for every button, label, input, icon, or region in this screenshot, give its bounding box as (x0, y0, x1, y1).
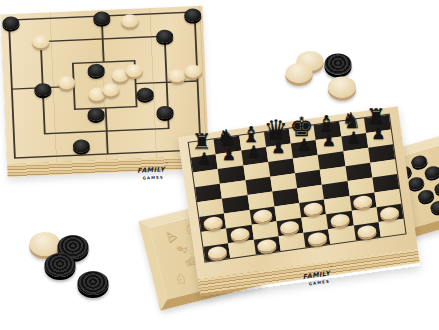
white-morris-piece (126, 63, 144, 77)
white-morris-piece-b6 (32, 35, 50, 49)
white-morris-piece-c4 (57, 75, 75, 89)
chess-pieces-layer: ♜♞♝♛♚♝♞♜♟♟♟♟♟♟♟♟ (189, 115, 406, 262)
black-checker-piece (407, 176, 426, 192)
product-photo-board-game-set: FAMILY™ GAMES ♙♘♙♗♖♙♕♙♘♗♙ ♜♞♝♛♚♝♞♜♟♟♟♟♟♟… (0, 0, 439, 330)
black-pawn-piece: ♟ (247, 144, 261, 160)
black-checker-piece (410, 154, 429, 170)
white-checker-piece (328, 77, 356, 98)
white-knight-piece: ♘ (175, 270, 189, 285)
white-bishop-piece: ♗ (172, 241, 189, 257)
wooden-checker-piece-h2 (380, 205, 400, 220)
black-morris-piece-b4 (34, 82, 52, 96)
white-morris-piece-f4 (168, 69, 186, 83)
trademark-symbol: ™ (329, 266, 333, 270)
wooden-checker-piece-e3 (302, 201, 322, 216)
black-morris-piece (156, 106, 174, 120)
black-pawn-piece: ♟ (272, 140, 286, 156)
black-checker-piece (429, 199, 439, 215)
wooden-checker-piece-c1 (257, 238, 277, 253)
black-pawn-piece: ♟ (197, 151, 211, 167)
black-morris-piece-d3 (87, 107, 105, 121)
black-pawn-piece: ♟ (322, 133, 336, 149)
black-checker-piece (78, 271, 109, 295)
black-pawn-piece: ♟ (297, 137, 311, 153)
trademark-symbol: ™ (165, 162, 169, 166)
white-morris-piece-g4 (184, 64, 202, 78)
black-morris-piece-d1 (72, 139, 90, 153)
black-morris-piece-f6 (156, 29, 174, 43)
brand-logo-morris: FAMILY™ GAMES (137, 158, 169, 180)
black-checker-piece (325, 54, 352, 75)
brand-name: FAMILY (137, 165, 165, 174)
black-pawn-piece: ♟ (372, 126, 386, 142)
wooden-checker-piece-d2 (280, 220, 300, 235)
chess-checkers-board: ♜♞♝♛♚♝♞♜♟♟♟♟♟♟♟♟ FAMILY™ GAMES (178, 106, 420, 296)
black-checker-piece (416, 188, 435, 204)
wooden-checker-piece-a1 (207, 245, 227, 260)
brand-subname: GAMES (137, 175, 168, 180)
wooden-checker-piece-g3 (352, 194, 372, 209)
white-morris-piece (102, 82, 120, 96)
brand-logo-chess: FAMILY™ GAMES (301, 262, 335, 286)
black-morris-piece-e4 (137, 87, 155, 101)
white-checker-piece (286, 63, 313, 83)
black-checker-piece (45, 253, 76, 277)
wooden-checker-piece-c3 (252, 208, 272, 223)
black-pawn-piece: ♟ (222, 147, 236, 163)
wooden-checker-piece-g1 (357, 224, 377, 239)
black-morris-piece-d5 (87, 64, 105, 78)
black-morris-piece-g7 (184, 8, 202, 22)
wooden-checker-piece-e1 (307, 231, 327, 246)
morris-pieces-layer (1, 6, 203, 15)
black-checker-piece (423, 165, 439, 181)
nine-mens-morris-board: FAMILY™ GAMES (1, 6, 210, 178)
black-morris-piece-a7 (2, 16, 20, 30)
wooden-checker-piece-b2 (230, 227, 250, 242)
black-pawn-piece: ♟ (347, 130, 361, 146)
wooden-checker-piece-a3 (202, 215, 222, 230)
white-morris-piece (121, 14, 139, 28)
black-morris-piece-d7 (93, 11, 111, 25)
wooden-checker-piece-f2 (330, 212, 350, 227)
